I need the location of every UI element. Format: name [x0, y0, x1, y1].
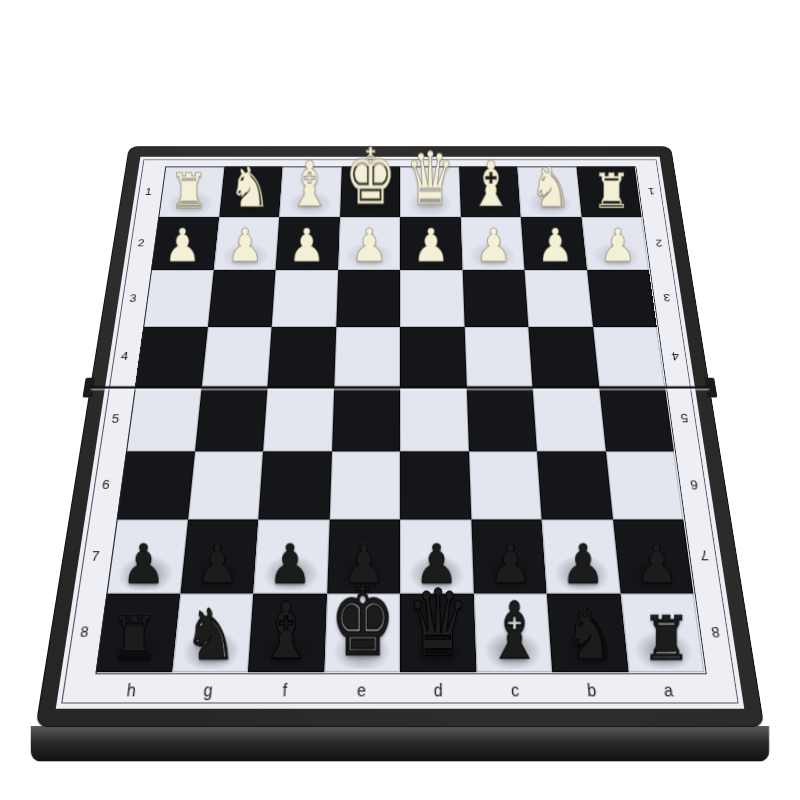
white-queen[interactable]: ♛ [400, 145, 460, 214]
file-label-e: e [323, 672, 400, 708]
product-photo: 1234567812345678hgfedcba♜♞♝♚♛♝♞♜♟♟♟♟♟♟♟♟… [0, 0, 800, 800]
white-pawn[interactable]: ♟ [524, 224, 586, 268]
square-e8[interactable]: ♚ [324, 593, 400, 672]
square-a8[interactable]: ♜ [620, 593, 704, 672]
square-g7[interactable]: ♟ [180, 520, 258, 594]
white-rook[interactable]: ♜ [159, 168, 219, 214]
white-pawn[interactable]: ♟ [214, 224, 276, 268]
square-a3[interactable] [587, 270, 657, 327]
square-a4[interactable] [593, 327, 665, 387]
square-b2[interactable]: ♟ [521, 217, 587, 270]
square-c2[interactable]: ♟ [460, 217, 524, 270]
square-d2[interactable]: ♟ [400, 217, 462, 270]
square-h5[interactable] [126, 387, 201, 451]
square-d8[interactable]: ♛ [400, 593, 476, 672]
square-a7[interactable]: ♟ [612, 520, 693, 594]
white-pawn[interactable]: ♟ [151, 224, 213, 268]
black-pawn[interactable]: ♟ [254, 538, 327, 590]
white-bishop[interactable]: ♝ [460, 155, 520, 215]
square-f7[interactable]: ♟ [253, 520, 329, 594]
black-bishop[interactable]: ♝ [476, 594, 552, 669]
square-b6[interactable] [537, 451, 613, 520]
square-g5[interactable] [195, 387, 268, 451]
square-e1[interactable]: ♚ [340, 167, 400, 217]
square-b1[interactable]: ♞ [517, 167, 581, 217]
white-knight[interactable]: ♞ [219, 162, 279, 215]
square-c8[interactable]: ♝ [473, 593, 552, 672]
black-queen[interactable]: ♛ [400, 581, 476, 668]
square-h3[interactable] [143, 270, 213, 327]
square-f6[interactable] [258, 451, 331, 520]
square-e5[interactable] [332, 387, 400, 451]
black-pawn[interactable]: ♟ [107, 538, 180, 590]
square-d4[interactable] [400, 327, 466, 387]
square-e2[interactable]: ♟ [338, 217, 400, 270]
file-label-h: h [91, 672, 172, 708]
white-rook[interactable]: ♜ [581, 168, 641, 214]
black-pawn[interactable]: ♟ [180, 538, 253, 590]
square-g1[interactable]: ♞ [219, 167, 283, 217]
chess-board: 1234567812345678hgfedcba♜♞♝♚♛♝♞♜♟♟♟♟♟♟♟♟… [37, 147, 764, 726]
file-label-g: g [168, 672, 248, 708]
square-c5[interactable] [466, 387, 537, 451]
file-label-d: d [400, 672, 477, 708]
square-g4[interactable] [201, 327, 271, 387]
square-c4[interactable] [464, 327, 532, 387]
square-f8[interactable]: ♝ [248, 593, 327, 672]
square-g3[interactable] [207, 270, 275, 327]
white-pawn[interactable]: ♟ [338, 224, 400, 268]
square-e3[interactable] [336, 270, 400, 327]
square-f5[interactable] [263, 387, 334, 451]
black-pawn[interactable]: ♟ [620, 538, 693, 590]
square-c6[interactable] [468, 451, 541, 520]
square-h4[interactable] [135, 327, 207, 387]
square-e6[interactable] [329, 451, 400, 520]
square-f3[interactable] [272, 270, 338, 327]
white-pawn[interactable]: ♟ [276, 224, 338, 268]
black-knight[interactable]: ♞ [172, 602, 248, 669]
white-pawn[interactable]: ♟ [462, 224, 524, 268]
square-h6[interactable] [117, 451, 195, 520]
board-grid: 1234567812345678hgfedcba♜♞♝♚♛♝♞♜♟♟♟♟♟♟♟♟… [56, 157, 745, 709]
board-front-edge [31, 726, 769, 761]
white-pawn[interactable]: ♟ [586, 224, 648, 268]
scene: 1234567812345678hgfedcba♜♞♝♚♛♝♞♜♟♟♟♟♟♟♟♟… [0, 0, 800, 800]
square-f1[interactable]: ♝ [279, 167, 341, 217]
square-h8[interactable]: ♜ [96, 593, 180, 672]
black-pawn[interactable]: ♟ [546, 538, 619, 590]
square-c1[interactable]: ♝ [459, 167, 521, 217]
file-label-b: b [552, 672, 632, 708]
square-b3[interactable] [524, 270, 592, 327]
square-c3[interactable] [462, 270, 528, 327]
square-a1[interactable]: ♜ [576, 167, 642, 217]
square-g2[interactable]: ♟ [213, 217, 279, 270]
square-a6[interactable] [605, 451, 683, 520]
square-a5[interactable] [599, 387, 674, 451]
black-rook[interactable]: ♜ [628, 610, 704, 668]
square-g8[interactable]: ♞ [172, 593, 254, 672]
square-f2[interactable]: ♟ [276, 217, 340, 270]
square-c7[interactable]: ♟ [471, 520, 547, 594]
black-rook[interactable]: ♜ [96, 610, 172, 668]
file-label-c: c [476, 672, 555, 708]
square-d3[interactable] [400, 270, 464, 327]
square-h1[interactable]: ♜ [158, 167, 224, 217]
white-bishop[interactable]: ♝ [279, 155, 339, 215]
black-pawn[interactable]: ♟ [473, 538, 546, 590]
square-h2[interactable]: ♟ [151, 217, 219, 270]
file-label-a: a [628, 672, 709, 708]
white-pawn[interactable]: ♟ [400, 224, 462, 268]
square-b7[interactable]: ♟ [542, 520, 620, 594]
black-bishop[interactable]: ♝ [248, 594, 324, 669]
square-a2[interactable]: ♟ [581, 217, 649, 270]
board-surface: 1234567812345678hgfedcba♜♞♝♚♛♝♞♜♟♟♟♟♟♟♟♟… [56, 157, 745, 709]
square-b5[interactable] [532, 387, 605, 451]
square-e4[interactable] [334, 327, 400, 387]
square-b8[interactable]: ♞ [547, 593, 629, 672]
white-king[interactable]: ♚ [340, 140, 400, 214]
file-label-f: f [245, 672, 324, 708]
square-f4[interactable] [268, 327, 336, 387]
black-knight[interactable]: ♞ [552, 602, 628, 669]
square-d6[interactable] [400, 451, 471, 520]
square-g6[interactable] [188, 451, 264, 520]
square-b4[interactable] [528, 327, 598, 387]
square-h7[interactable]: ♟ [107, 520, 188, 594]
white-knight[interactable]: ♞ [521, 162, 581, 215]
black-king[interactable]: ♚ [324, 575, 400, 669]
square-d5[interactable] [400, 387, 468, 451]
square-d1[interactable]: ♛ [400, 167, 460, 217]
